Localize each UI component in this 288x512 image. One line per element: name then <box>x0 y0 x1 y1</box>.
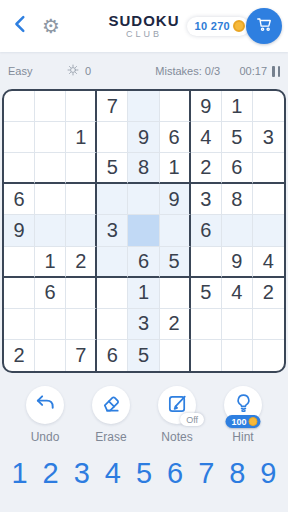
cell-r6c3[interactable]: 2 <box>66 247 97 278</box>
cell-r3c5[interactable]: 8 <box>128 153 159 184</box>
cell-r7c2[interactable]: 6 <box>35 278 66 309</box>
sudoku-board: 79119645358126693893612659461542322765 <box>2 89 286 373</box>
cell-r2c2[interactable] <box>35 122 66 153</box>
hint-button[interactable]: 100 Hint <box>214 386 272 444</box>
notes-button[interactable]: Off Notes <box>148 386 206 444</box>
numpad-4[interactable]: 4 <box>99 458 127 490</box>
cell-r8c5[interactable]: 3 <box>128 309 159 340</box>
cell-r4c4[interactable] <box>97 184 128 215</box>
cell-r8c3[interactable] <box>66 309 97 340</box>
crown-score-icon <box>66 63 80 79</box>
score-value: 0 <box>85 65 91 77</box>
notes-label: Notes <box>161 430 192 444</box>
cell-r9c1[interactable]: 2 <box>4 340 35 371</box>
cell-r6c9[interactable]: 4 <box>253 247 284 278</box>
cell-r9c7[interactable] <box>191 340 222 371</box>
cell-r9c6[interactable] <box>160 340 191 371</box>
cell-r7c1[interactable] <box>4 278 35 309</box>
cell-r1c7[interactable]: 9 <box>191 91 222 122</box>
cart-icon <box>255 15 274 38</box>
cell-r9c9[interactable] <box>253 340 284 371</box>
cell-r9c2[interactable] <box>35 340 66 371</box>
cell-r7c7[interactable]: 5 <box>191 278 222 309</box>
cell-r8c1[interactable] <box>4 309 35 340</box>
cell-r4c8[interactable]: 8 <box>222 184 253 215</box>
cell-r2c4[interactable] <box>97 122 128 153</box>
hint-cost-value: 100 <box>231 417 246 427</box>
cell-r6c7[interactable] <box>191 247 222 278</box>
cell-r3c7[interactable]: 2 <box>191 153 222 184</box>
title-main: SUDOKU <box>108 13 179 29</box>
cell-r7c6[interactable] <box>160 278 191 309</box>
pause-button[interactable] <box>272 66 280 77</box>
cell-r4c2[interactable] <box>35 184 66 215</box>
cell-r6c1[interactable] <box>4 247 35 278</box>
gear-icon: ⚙ <box>42 16 60 36</box>
cell-r1c5[interactable] <box>128 91 159 122</box>
difficulty-label: Easy <box>8 65 66 77</box>
cell-r7c8[interactable]: 4 <box>222 278 253 309</box>
header: ⚙ SUDOKU CLUB 10 270 <box>0 0 288 52</box>
status-bar: Easy 0 Mistakes: 0/3 00:17 <box>0 61 288 81</box>
numpad-3[interactable]: 3 <box>68 458 96 490</box>
cell-r7c4[interactable] <box>97 278 128 309</box>
settings-button[interactable]: ⚙ <box>36 11 66 41</box>
cell-r4c3[interactable] <box>66 184 97 215</box>
cell-r8c8[interactable] <box>222 309 253 340</box>
cell-r1c3[interactable] <box>66 91 97 122</box>
cell-r8c2[interactable] <box>35 309 66 340</box>
undo-button[interactable]: Undo <box>16 386 74 444</box>
cell-r5c9[interactable] <box>253 215 284 246</box>
cell-r5c7[interactable]: 6 <box>191 215 222 246</box>
cell-r7c9[interactable]: 2 <box>253 278 284 309</box>
cell-r1c9[interactable] <box>253 91 284 122</box>
cell-r6c4[interactable] <box>97 247 128 278</box>
cell-r8c4[interactable] <box>97 309 128 340</box>
cell-r2c3[interactable]: 1 <box>66 122 97 153</box>
cell-r3c6[interactable]: 1 <box>160 153 191 184</box>
undo-icon <box>34 392 57 419</box>
toolbar: Undo Erase Off Notes <box>0 386 288 444</box>
cell-r6c5[interactable]: 6 <box>128 247 159 278</box>
cell-r3c9[interactable] <box>253 153 284 184</box>
back-button[interactable] <box>6 11 36 41</box>
cell-r5c1[interactable]: 9 <box>4 215 35 246</box>
erase-button[interactable]: Erase <box>82 386 140 444</box>
cell-r5c4[interactable]: 3 <box>97 215 128 246</box>
hint-label: Hint <box>232 430 253 444</box>
cell-r4c5[interactable] <box>128 184 159 215</box>
score-group: 0 <box>66 63 136 79</box>
chevron-left-icon <box>10 13 32 39</box>
cell-r6c2[interactable]: 1 <box>35 247 66 278</box>
cell-r3c4[interactable]: 5 <box>97 153 128 184</box>
erase-label: Erase <box>95 430 126 444</box>
cell-r4c7[interactable]: 3 <box>191 184 222 215</box>
coin-icon <box>233 20 245 32</box>
cell-r9c4[interactable]: 6 <box>97 340 128 371</box>
numpad-7[interactable]: 7 <box>192 458 220 490</box>
cell-r9c8[interactable] <box>222 340 253 371</box>
undo-label: Undo <box>31 430 60 444</box>
cell-r5c5[interactable] <box>128 215 159 246</box>
cell-r5c6[interactable] <box>160 215 191 246</box>
app-title: SUDOKU CLUB <box>108 13 179 39</box>
cell-r4c1[interactable]: 6 <box>4 184 35 215</box>
numpad-2[interactable]: 2 <box>37 458 65 490</box>
cell-r1c8[interactable]: 1 <box>222 91 253 122</box>
cell-r4c9[interactable] <box>253 184 284 215</box>
cell-r2c7[interactable]: 4 <box>191 122 222 153</box>
numpad: 123456789 <box>0 458 288 490</box>
cell-r1c1[interactable] <box>4 91 35 122</box>
cell-r6c6[interactable]: 5 <box>160 247 191 278</box>
title-sub: CLUB <box>108 30 179 39</box>
cell-r2c9[interactable]: 3 <box>253 122 284 153</box>
shop-button[interactable] <box>246 8 282 44</box>
cell-r1c6[interactable] <box>160 91 191 122</box>
numpad-6[interactable]: 6 <box>161 458 189 490</box>
numpad-1[interactable]: 1 <box>6 458 34 490</box>
cell-r4c6[interactable]: 9 <box>160 184 191 215</box>
cell-r8c9[interactable] <box>253 309 284 340</box>
cell-r2c8[interactable]: 5 <box>222 122 253 153</box>
hint-cost-badge: 100 <box>225 415 260 428</box>
cell-r9c5[interactable]: 5 <box>128 340 159 371</box>
cell-r9c3[interactable]: 7 <box>66 340 97 371</box>
cell-r5c8[interactable] <box>222 215 253 246</box>
cell-r1c2[interactable] <box>35 91 66 122</box>
cell-r3c8[interactable]: 6 <box>222 153 253 184</box>
numpad-5[interactable]: 5 <box>130 458 158 490</box>
coin-balance[interactable]: 10 270 <box>187 17 249 36</box>
cell-r3c1[interactable] <box>4 153 35 184</box>
cell-r3c2[interactable] <box>35 153 66 184</box>
cell-r2c6[interactable]: 6 <box>160 122 191 153</box>
cell-r7c3[interactable] <box>66 278 97 309</box>
eraser-icon <box>100 392 123 419</box>
cell-r2c5[interactable]: 9 <box>128 122 159 153</box>
cell-r2c1[interactable] <box>4 122 35 153</box>
numpad-9[interactable]: 9 <box>254 458 282 490</box>
notes-off-badge: Off <box>180 413 204 426</box>
cell-r5c2[interactable] <box>35 215 66 246</box>
cell-r6c8[interactable]: 9 <box>222 247 253 278</box>
mistakes-label: Mistakes: 0/3 <box>136 65 239 77</box>
cell-r8c6[interactable]: 2 <box>160 309 191 340</box>
cell-r3c3[interactable] <box>66 153 97 184</box>
numpad-8[interactable]: 8 <box>223 458 251 490</box>
cell-r1c4[interactable]: 7 <box>97 91 128 122</box>
cell-r8c7[interactable] <box>191 309 222 340</box>
timer-label: 00:17 <box>239 65 267 77</box>
cell-r7c5[interactable]: 1 <box>128 278 159 309</box>
coin-icon <box>249 417 258 426</box>
coin-count: 10 270 <box>195 20 230 32</box>
cell-r5c3[interactable] <box>66 215 97 246</box>
